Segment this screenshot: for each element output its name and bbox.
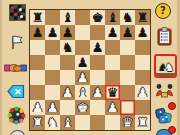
tag-x-graphic <box>7 84 25 99</box>
square-f3[interactable]: ♛ <box>105 85 120 100</box>
square-d2[interactable]: ♚ <box>75 100 90 115</box>
white-rook: ♜ <box>137 115 149 130</box>
partial-bottom-left-graphic <box>10 130 25 135</box>
square-c6[interactable]: ♞ <box>60 40 75 55</box>
vs-knights-frame: ♞♞ <box>154 54 177 78</box>
black-queen: ♛ <box>107 85 119 100</box>
square-e6[interactable]: ♟ <box>90 40 105 55</box>
square-d6[interactable] <box>75 40 90 55</box>
square-f5[interactable] <box>105 55 120 70</box>
square-f4[interactable] <box>105 70 120 85</box>
mini-board-icon[interactable] <box>9 4 26 21</box>
mini-board-graphic <box>9 4 26 21</box>
mini-board-red-dot <box>11 6 14 9</box>
white-pawn: ♟ <box>62 85 74 100</box>
square-g7[interactable]: ♟ <box>120 25 135 40</box>
square-d3[interactable]: ♝ <box>75 85 90 100</box>
white-rook: ♜ <box>32 115 44 130</box>
square-c5[interactable] <box>60 55 75 70</box>
square-h7[interactable]: ♟ <box>135 25 150 40</box>
white-bishop: ♝ <box>62 115 74 130</box>
color-wheel-icon[interactable] <box>7 106 26 129</box>
square-e3[interactable]: ♟ <box>90 85 105 100</box>
square-g5[interactable] <box>120 55 135 70</box>
square-c1[interactable]: ♝ <box>60 115 75 130</box>
black-pawn: ♟ <box>47 25 59 40</box>
square-e4[interactable] <box>90 70 105 85</box>
white-pawn: ♟ <box>92 85 104 100</box>
square-a8[interactable]: ♜ <box>30 10 45 25</box>
square-g6[interactable] <box>120 40 135 55</box>
square-c8[interactable]: ♝ <box>60 10 75 25</box>
resign-flag-graphic <box>8 34 25 51</box>
square-c4[interactable] <box>60 70 75 85</box>
black-bishop: ♝ <box>62 10 74 25</box>
right-edge-strip <box>177 0 180 135</box>
square-f1[interactable] <box>105 115 120 130</box>
square-c2[interactable] <box>60 100 75 115</box>
square-g2[interactable] <box>120 100 135 115</box>
white-bishop: ♝ <box>77 85 89 100</box>
square-a1[interactable]: ♜ <box>30 115 45 130</box>
white-pawn: ♟ <box>107 100 119 115</box>
square-d5[interactable]: ♟ <box>75 55 90 70</box>
square-h8[interactable]: ♜ <box>135 10 150 25</box>
square-e1[interactable] <box>90 115 105 130</box>
mini-board-white-dot <box>19 8 22 11</box>
black-pawn: ♟ <box>122 25 134 40</box>
black-knight: ♞ <box>62 40 74 55</box>
left-edge-strip <box>0 0 2 135</box>
square-h4[interactable] <box>135 70 150 85</box>
white-king: ♚ <box>77 100 89 115</box>
square-a6[interactable] <box>30 40 45 55</box>
square-h1[interactable]: ♜ <box>135 115 150 130</box>
black-pawn: ♟ <box>62 25 74 40</box>
square-b5[interactable] <box>45 55 60 70</box>
white-knight: ♞ <box>47 115 59 130</box>
square-b2[interactable]: ♟ <box>45 100 60 115</box>
black-knight-glyph: ♞ <box>157 59 167 76</box>
black-rook: ♜ <box>32 10 44 25</box>
black-bishop: ♝ <box>107 10 119 25</box>
mini-board-white-dot2 <box>20 15 23 18</box>
move-list-clipboard-icon[interactable] <box>157 27 172 50</box>
white-pawn: ♟ <box>47 100 59 115</box>
square-b7[interactable]: ♟ <box>45 25 60 40</box>
square-a4[interactable] <box>30 70 45 85</box>
square-f7[interactable]: ♟ <box>105 25 120 40</box>
handshake-graphic <box>4 59 27 77</box>
square-g1[interactable]: ♛ <box>120 115 135 130</box>
notification-badge-2 <box>168 126 176 134</box>
square-b6[interactable] <box>45 40 60 55</box>
square-e8[interactable]: ♚ <box>90 10 105 25</box>
square-c3[interactable]: ♟ <box>60 85 75 100</box>
black-rook: ♜ <box>137 10 149 25</box>
square-b3[interactable] <box>45 85 60 100</box>
square-a2[interactable]: ♟ <box>30 100 45 115</box>
draw-handshake-icon[interactable] <box>4 59 27 81</box>
partial-bottom-left-icon[interactable] <box>10 130 25 135</box>
square-e5[interactable] <box>90 55 105 70</box>
black-knight: ♞ <box>122 10 134 25</box>
white-pawn: ♟ <box>137 85 149 100</box>
two-players-graphic <box>155 82 174 99</box>
square-d7[interactable] <box>75 25 90 40</box>
square-g4[interactable] <box>120 70 135 85</box>
square-a5[interactable] <box>30 55 45 70</box>
square-d1[interactable] <box>75 115 90 130</box>
black-pawn: ♟ <box>107 25 119 40</box>
white-pawn: ♟ <box>77 70 89 85</box>
color-wheel-graphic <box>7 106 26 125</box>
chess-app-screen: { "game": "chess", "position": "r1b1kbnr… <box>0 0 180 135</box>
black-pawn: ♟ <box>32 25 44 40</box>
square-f6[interactable] <box>105 40 120 55</box>
black-pawn: ♟ <box>77 55 89 70</box>
square-b1[interactable]: ♞ <box>45 115 60 130</box>
mini-board-red-dot2 <box>14 13 17 16</box>
partial-bottom-right-icon[interactable] <box>156 129 172 135</box>
square-f8[interactable]: ♝ <box>105 10 120 25</box>
tag-x-icon[interactable] <box>7 84 25 103</box>
square-h6[interactable] <box>135 40 150 55</box>
square-b8[interactable] <box>45 10 60 25</box>
question-mark: ? <box>155 3 171 19</box>
square-g3[interactable] <box>120 85 135 100</box>
square-f2[interactable]: ♟ <box>105 100 120 115</box>
square-h2[interactable] <box>135 100 150 115</box>
square-e2[interactable] <box>90 100 105 115</box>
square-h3[interactable]: ♟ <box>135 85 150 100</box>
square-d8[interactable] <box>75 10 90 25</box>
help-icon[interactable]: ? <box>155 3 171 19</box>
two-players-icon[interactable] <box>155 82 174 103</box>
vs-knights-icon[interactable]: ♞♞ <box>154 54 177 78</box>
white-pawn: ♟ <box>32 100 44 115</box>
black-pawn: ♟ <box>137 25 149 40</box>
square-d4[interactable]: ♟ <box>75 70 90 85</box>
black-pawn: ♟ <box>92 40 104 55</box>
square-e7[interactable] <box>90 25 105 40</box>
white-queen: ♛ <box>122 115 134 130</box>
notification-badge <box>168 102 176 110</box>
clipboard-graphic <box>157 27 172 46</box>
black-king: ♚ <box>92 10 104 25</box>
square-b4[interactable] <box>45 70 60 85</box>
square-a3[interactable] <box>30 85 45 100</box>
resign-flag-icon[interactable] <box>8 34 25 55</box>
square-a7[interactable]: ♟ <box>30 25 45 40</box>
square-g8[interactable]: ♞ <box>120 10 135 25</box>
chess-board: ♜♝♚♝♞♜♟♟♟♟♟♟♞♟♟♟♟♝♟♛♟♟♟♚♟♜♞♝♛♜ <box>29 9 151 131</box>
square-h5[interactable] <box>135 55 150 70</box>
square-c7[interactable]: ♟ <box>60 25 75 40</box>
